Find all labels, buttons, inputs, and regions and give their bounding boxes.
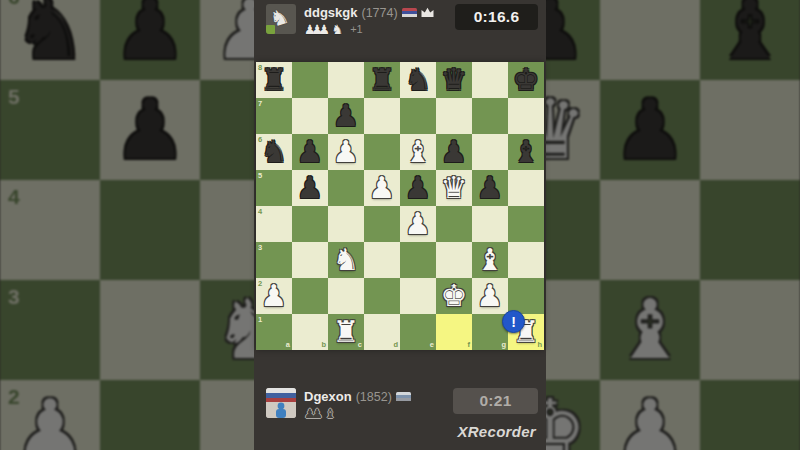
square-d1[interactable]: d [364,314,400,350]
top-player-name-row: ddgskgk (1774) [304,5,434,20]
square-d2[interactable] [364,278,400,314]
black-pawn-e5[interactable]: ♟ [400,170,436,206]
square-a3[interactable]: 3 [0,280,100,380]
square-c1[interactable]: c♜ [328,314,364,350]
black-knight-a6[interactable]: ♞ [256,134,292,170]
xrecorder-watermark: XRecorder [457,423,536,440]
black-knight-a6[interactable]: ♞ [0,0,100,80]
square-e5[interactable]: ♟ [400,170,436,206]
rank-label-3: 3 [258,243,262,252]
black-pawn-b6[interactable]: ♟ [292,134,328,170]
white-knight-c3[interactable]: ♞ [328,242,364,278]
square-c8[interactable] [328,62,364,98]
top-player-avatar[interactable]: ♞ [266,4,296,34]
file-label-e: e [430,340,434,349]
white-bishop-e6[interactable]: ♝ [400,134,436,170]
square-h6[interactable]: ♝ [508,134,544,170]
square-e7[interactable] [400,98,436,134]
square-e6[interactable]: ♝ [400,134,436,170]
square-g6[interactable] [472,134,508,170]
square-b5[interactable]: ♟ [292,170,328,206]
bottom-player-name-row: Dgexon (1852) [304,389,411,404]
white-pawn-g2[interactable]: ♟ [472,278,508,314]
square-g6[interactable] [600,0,700,80]
rank-label-4: 4 [258,207,262,216]
black-pawn-g5[interactable]: ♟ [600,80,700,180]
black-pawn-b6[interactable]: ♟ [100,0,200,80]
top-player-name[interactable]: ddgskgk [304,5,357,20]
top-player-flag-icon [402,8,417,18]
square-f1[interactable]: f [436,314,472,350]
square-a3[interactable]: 3 [256,242,292,278]
square-d4[interactable] [364,206,400,242]
square-h7[interactable] [508,98,544,134]
screen: 8♜♜♞♛♚7♟6♞♟♟♝♟♝5♟♟♟♛♟4♟3♞♝2♟♚♟1abc♜defgh… [0,0,800,450]
square-g4[interactable] [472,206,508,242]
rank-label-3: 3 [8,285,20,309]
square-b5[interactable]: ♟ [100,80,200,180]
square-a5[interactable]: 5 [256,170,292,206]
square-h4[interactable] [508,206,544,242]
square-a2[interactable]: 2♟ [256,278,292,314]
square-b4[interactable] [100,180,200,280]
file-label-a: a [286,340,290,349]
square-f8[interactable]: ♛ [436,62,472,98]
square-a4[interactable]: 4 [0,180,100,280]
file-label-b: b [321,340,326,349]
white-pawn-g2[interactable]: ♟ [600,380,700,450]
square-e2[interactable] [400,278,436,314]
top-player-rating: (1774) [361,6,397,20]
square-f7[interactable] [436,98,472,134]
file-label-d: d [393,340,398,349]
captured-black-bishop: ♝ [324,406,336,421]
white-pawn-a2[interactable]: ♟ [256,278,292,314]
square-h8[interactable]: ♚ [508,62,544,98]
square-a6[interactable]: 6♞ [0,0,100,80]
square-b4[interactable] [292,206,328,242]
black-knight-e8[interactable]: ♞ [400,62,436,98]
square-c2[interactable] [328,278,364,314]
square-c6[interactable]: ♟ [328,134,364,170]
square-h2[interactable] [700,380,800,450]
square-b8[interactable] [292,62,328,98]
square-g4[interactable] [600,180,700,280]
black-rook-a8[interactable]: ♜ [256,62,292,98]
square-b2[interactable] [292,278,328,314]
white-queen-f5[interactable]: ♛ [436,170,472,206]
square-g8[interactable] [472,62,508,98]
square-f5[interactable]: ♛ [436,170,472,206]
square-h2[interactable] [508,278,544,314]
bottom-player-captured-row: ♟♟ ♝ [304,406,336,420]
square-f6[interactable]: ♟ [436,134,472,170]
bottom-player-flag-icon [396,392,411,402]
material-advantage: +1 [350,23,363,35]
square-g7[interactable] [472,98,508,134]
square-a1[interactable]: 1a [256,314,292,350]
square-g2[interactable]: ♟ [472,278,508,314]
rank-label-1: 1 [258,315,262,324]
white-bishop-g3[interactable]: ♝ [600,280,700,380]
bottom-player-name[interactable]: Dgexon [304,389,352,404]
square-b6[interactable]: ♟ [100,0,200,80]
bottom-player-rating: (1852) [356,390,392,404]
square-b7[interactable] [292,98,328,134]
square-b3[interactable] [292,242,328,278]
white-bishop-g3[interactable]: ♝ [472,242,508,278]
square-b1[interactable]: b [292,314,328,350]
black-king-h8[interactable]: ♚ [508,62,544,98]
square-h3[interactable] [700,280,800,380]
rank-label-4: 4 [8,185,20,209]
black-pawn-b5[interactable]: ♟ [100,80,200,180]
square-h5[interactable] [508,170,544,206]
bottom-player-clock: 0:21 [453,388,538,414]
square-d8[interactable]: ♜ [364,62,400,98]
white-rook-c1[interactable]: ♜ [328,314,364,350]
square-h6[interactable]: ♝ [700,0,800,80]
square-g2[interactable]: ♟ [600,380,700,450]
square-d6[interactable] [364,134,400,170]
square-g5[interactable]: ♟ [600,80,700,180]
square-a5[interactable]: 5 [0,80,100,180]
square-e8[interactable]: ♞ [400,62,436,98]
square-d3[interactable] [364,242,400,278]
white-pawn-e4[interactable]: ♟ [400,206,436,242]
square-h4[interactable] [700,180,800,280]
black-queen-f8[interactable]: ♛ [436,62,472,98]
top-player-clock: 0:16.6 [455,4,538,30]
square-a2[interactable]: 2♟ [0,380,100,450]
bottom-player-avatar[interactable] [266,388,296,418]
square-c5[interactable] [328,170,364,206]
file-label-f: f [468,340,471,349]
black-pawn-g5[interactable]: ♟ [472,170,508,206]
square-g3[interactable]: ♝ [472,242,508,278]
top-player-captured-row: ♟♟♟ ♞ +1 [304,22,363,36]
rank-label-5: 5 [258,171,262,180]
white-pawn-d5[interactable]: ♟ [364,170,400,206]
white-pawn-c6[interactable]: ♟ [328,134,364,170]
square-a6[interactable]: 6♞ [256,134,292,170]
captured-white-knight: ♞ [331,22,343,37]
square-d5[interactable]: ♟ [364,170,400,206]
square-f2[interactable]: ♚ [436,278,472,314]
square-b3[interactable] [100,280,200,380]
square-a8[interactable]: 8♜ [256,62,292,98]
square-e4[interactable]: ♟ [400,206,436,242]
file-label-g: g [501,340,506,349]
square-e1[interactable]: e [400,314,436,350]
square-b2[interactable] [100,380,200,450]
black-bishop-h6[interactable]: ♝ [700,0,800,80]
great-move-badge: ! [502,310,525,333]
square-f3[interactable] [436,242,472,278]
square-g3[interactable]: ♝ [600,280,700,380]
square-a4[interactable]: 4 [256,206,292,242]
square-e3[interactable] [400,242,436,278]
captured-black-pawns: ♟♟ [304,406,323,421]
square-d7[interactable] [364,98,400,134]
rank-label-5: 5 [8,85,20,109]
square-a7[interactable]: 7 [256,98,292,134]
crown-icon [421,7,434,18]
black-bishop-h6[interactable]: ♝ [508,134,544,170]
square-b6[interactable]: ♟ [292,134,328,170]
avatar-flair-badge [266,25,275,34]
square-c3[interactable]: ♞ [328,242,364,278]
square-h3[interactable] [508,242,544,278]
square-g5[interactable]: ♟ [472,170,508,206]
black-pawn-b5[interactable]: ♟ [292,170,328,206]
square-f4[interactable] [436,206,472,242]
black-rook-d8[interactable]: ♜ [364,62,400,98]
black-pawn-c7[interactable]: ♟ [328,98,364,134]
rank-label-7: 7 [258,99,262,108]
chess-board[interactable]: 8♜♜♞♛♚7♟6♞♟♟♝♟♝5♟♟♟♛♟4♟3♞♝2♟♚♟1abc♜defgh… [256,62,544,350]
square-c7[interactable]: ♟ [328,98,364,134]
black-pawn-f6[interactable]: ♟ [436,134,472,170]
square-h5[interactable] [700,80,800,180]
captured-white-pawns: ♟♟♟ [304,22,330,37]
bottom-avatar-image [266,388,296,418]
white-pawn-a2[interactable]: ♟ [0,380,100,450]
white-king-f2[interactable]: ♚ [436,278,472,314]
square-c4[interactable] [328,206,364,242]
